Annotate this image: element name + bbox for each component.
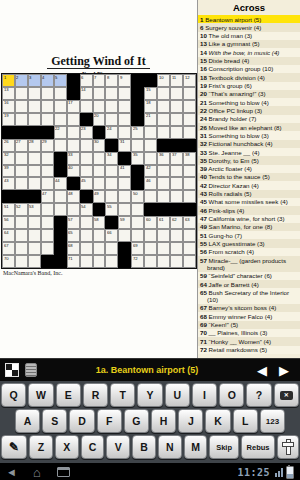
clue-across-33[interactable]: 33 Ste. Jeanne __ (4) [198,148,300,156]
cell-r8c15[interactable] [183,165,196,178]
key-z[interactable]: Z [29,435,53,459]
key-u[interactable]: U [165,383,190,407]
cell-r8c10[interactable]: 41 [118,165,131,178]
cell-r3c3[interactable] [28,100,41,113]
cell-r9c9[interactable] [105,177,118,190]
key-question[interactable]: ? [246,383,271,407]
clue-across-20[interactable]: 20 “That’s amazing!” (3) [198,90,300,98]
previous-clue-button[interactable]: ◀ [251,364,273,377]
cell-r12c10[interactable]: 59 [118,216,131,229]
cell-r3c13[interactable] [157,100,170,113]
cell-r13c7[interactable] [80,229,93,242]
key-i[interactable]: I [192,383,217,407]
cell-r9c2[interactable] [15,177,28,190]
clue-across-46[interactable]: 46 Pink-slips (4) [198,206,300,214]
cell-r1c1[interactable]: 1 [2,74,15,87]
cell-r8c12[interactable]: 42 [144,165,157,178]
cell-r5c10[interactable] [118,126,131,139]
clue-text: California wine, for short (3) [207,215,285,222]
cell-r2c13[interactable] [157,87,170,100]
cell-r4c4[interactable] [41,113,54,126]
keyboard-row-3: ✎ZXCVBNMSkipRebus [1,435,299,459]
cell-r11c9[interactable]: 55 [105,203,118,216]
clue-number: 26 [200,124,207,131]
cell-r1c2[interactable]: 2 [15,74,28,87]
cell-r2c8[interactable] [93,87,106,100]
clue-list-icon[interactable] [25,363,37,377]
cell-r11c10[interactable] [118,203,131,216]
cell-r12c12[interactable]: 60 [144,216,157,229]
cell-r14c14[interactable] [170,242,183,255]
cell-r4c14[interactable] [170,113,183,126]
cell-number: 3 [29,75,31,79]
cell-r6c3[interactable]: 28 [28,139,41,152]
cell-r9c8[interactable] [93,177,106,190]
clue-across-21[interactable]: 21 Something to blow (4) [198,98,300,106]
cell-r14c11[interactable]: 69 [131,242,144,255]
cell-number: 59 [120,217,124,221]
cell-r13c12[interactable] [144,229,157,242]
clue-across-35[interactable]: 35 Dorothy, to Em (5) [198,156,300,164]
cell-r2c15[interactable] [183,87,196,100]
cell-r2c7[interactable]: 14 [80,87,93,100]
clue-across-40[interactable]: 40 Tends to the sauce (5) [198,173,300,181]
cell-r7c9[interactable]: 34 [105,152,118,165]
next-clue-button[interactable]: ▶ [273,364,295,377]
cell-r5c13[interactable] [157,126,170,139]
cell-r9c4[interactable] [41,177,54,190]
cell-r12c7[interactable] [80,216,93,229]
key-q[interactable]: Q [1,383,26,407]
cell-r8c7[interactable] [80,165,93,178]
clue-across-26[interactable]: 26 Moved like an elephant (8) [198,123,300,131]
cell-r10c7 [80,190,93,203]
cell-r14c9[interactable] [105,242,118,255]
cell-r1c10[interactable]: 9 [118,74,131,87]
key-t[interactable]: T [110,383,135,407]
cell-r1c15[interactable]: 12 [183,74,196,87]
cell-r9c7[interactable]: 45 [80,177,93,190]
clue-across-24[interactable]: 24 Brandy holder (7) [198,115,300,123]
cell-r4c8[interactable]: 20 [93,113,106,126]
home-icon[interactable]: ⌂ [33,467,41,478]
cell-number: 8 [107,75,109,79]
cell-r5c15[interactable] [183,126,196,139]
cell-r8c6[interactable]: 40 [67,165,80,178]
cell-r11c2[interactable]: 52 [15,203,28,216]
cell-r15c14[interactable] [170,255,183,268]
cell-r6c6[interactable] [67,139,80,152]
clue-across-72[interactable]: 72 Retail markdowns (5) [198,346,300,354]
cell-r7c1[interactable]: 32 [2,152,15,165]
cell-r12c13[interactable]: 61 [157,216,170,229]
key-y[interactable]: Y [137,383,162,407]
cell-r3c10[interactable] [118,100,131,113]
cell-r11c3[interactable]: 53 [28,203,41,216]
clue-across-1[interactable]: 1 Beantown airport (5) [198,15,300,23]
cell-r6c10[interactable]: 31 [118,139,131,152]
cell-r6c11[interactable] [131,139,144,152]
cell-r12c1[interactable]: 56 [2,216,15,229]
clue-across-65[interactable]: 65 Bush Secretary of the Interior (10) [198,288,300,304]
key-c[interactable]: C [81,435,105,459]
clue-bar: 1a. Beantown airport (5) ◀ ▶ [0,358,300,381]
battery-icon [286,466,294,479]
cell-r13c4[interactable] [41,229,54,242]
cell-r8c14[interactable] [170,165,183,178]
cell-r6c7[interactable] [80,139,93,152]
key-n[interactable]: N [158,435,182,459]
cell-r13c11[interactable] [131,229,144,242]
cell-r14c4[interactable] [41,242,54,255]
clue-number: 20 [200,90,207,97]
clue-across-69[interactable]: 69 “Keen!” (5) [198,321,300,329]
cell-r6c8[interactable]: 30 [93,139,106,152]
cell-r11c4[interactable] [41,203,54,216]
cell-r4c13[interactable] [157,113,170,126]
cell-r7c8[interactable] [93,152,106,165]
cell-r3c12[interactable]: 18 [144,100,157,113]
cell-r3c4[interactable] [41,100,54,113]
key-f[interactable]: F [97,409,122,433]
cell-r15c11[interactable]: 72 [131,255,144,268]
clue-across-70[interactable]: 70 __ Plaines, Illinois (3) [198,329,300,337]
key-d[interactable]: D [69,409,94,433]
cell-r14c1[interactable]: 67 [2,242,15,255]
cell-r4c1[interactable]: 19 [2,113,15,126]
cell-r7c4[interactable] [41,152,54,165]
cell-r7c12[interactable] [144,152,157,165]
clue-across-13[interactable]: 13 Like a gymnast (5) [198,40,300,48]
cell-r2c1[interactable]: 13 [2,87,15,100]
key-b[interactable]: B [132,435,156,459]
clue-text: Dorothy, to Em (5) [207,157,259,164]
cell-r10c8[interactable]: 49 [93,190,106,203]
cell-r3c15[interactable] [183,100,196,113]
cell-r9c10[interactable] [118,177,131,190]
cell-number: 12 [185,75,189,79]
clue-text: Bush Secretary of the Interior (10) [207,289,289,303]
cell-r13c6[interactable]: 65 [67,229,80,242]
cell-r6c1[interactable]: 26 [2,139,15,152]
cell-r11c15 [183,203,196,216]
cell-r2c10[interactable] [118,87,131,100]
cell-r6c4[interactable]: 29 [41,139,54,152]
cell-r2c4[interactable] [41,87,54,100]
cell-r5c7[interactable]: 23 [80,126,93,139]
cell-r11c12 [144,203,157,216]
cell-r5c14[interactable] [170,126,183,139]
cell-r8c8[interactable] [93,165,106,178]
cell-number: 16 [4,100,8,104]
key-l[interactable]: L [233,409,258,433]
cell-r5c12[interactable] [144,126,157,139]
cell-r14c7[interactable] [80,242,93,255]
cell-r7c14[interactable]: 37 [170,152,183,165]
key-x[interactable]: X [55,435,79,459]
direction-toggle-key[interactable] [277,435,299,459]
cell-r10c12[interactable] [144,190,157,203]
cell-r15c1[interactable]: 70 [2,255,15,268]
cell-r1c13[interactable]: 10 [157,74,170,87]
clue-across-18[interactable]: 18 Textbook division (4) [198,73,300,81]
cell-r1c4[interactable]: 4 [41,74,54,87]
clue-text: “Seinfeld” character (6) [207,272,272,279]
key-m[interactable]: M [184,435,208,459]
cell-r10c6[interactable]: 48 [67,190,80,203]
cell-r12c11[interactable] [131,216,144,229]
cell-r11c5[interactable] [54,203,67,216]
cell-r4c5[interactable] [54,113,67,126]
clue-across-31[interactable]: 31 Something to blow (3) [198,131,300,139]
cell-r9c5[interactable]: 44 [54,177,67,190]
clue-across-56[interactable]: 56 From scratch (4) [198,248,300,256]
cell-r13c8[interactable] [93,229,106,242]
cell-number: 25 [133,126,137,130]
cell-r15c6[interactable]: 71 [67,255,80,268]
cell-r8c3[interactable] [28,165,41,178]
clue-across-64[interactable]: 64 Jaffe or Barrett (4) [198,280,300,288]
cell-r15c12[interactable] [144,255,157,268]
back-icon[interactable]: ◄ [6,467,17,478]
cell-r1c9[interactable]: 8 [105,74,118,87]
key-k[interactable]: K [205,409,230,433]
clue-across-49[interactable]: 49 San Marino, for one (8) [198,223,300,231]
clue-across-14[interactable]: 14 With the bow, in music (4) [198,48,300,56]
cell-r2c14[interactable] [170,87,183,100]
cell-r3c2[interactable] [15,100,28,113]
cell-r1c14[interactable]: 11 [170,74,183,87]
keyboard-row-2: ASDFGHJKL123 [15,409,285,433]
cell-r10c5[interactable] [54,190,67,203]
key-h[interactable]: H [151,409,176,433]
clue-across-45[interactable]: 45 What some missiles seek (4) [198,198,300,206]
cell-r15c2[interactable] [15,255,28,268]
crossword-grid: 1234567891011121314151617181920212223242… [1,73,197,269]
cell-r4c15[interactable] [183,113,196,126]
clue-across-16[interactable]: 16 Conscription group (10) [198,65,300,73]
cell-r3c8[interactable] [93,100,106,113]
cell-r14c8[interactable] [93,242,106,255]
cell-r8c9[interactable] [105,165,118,178]
cell-r5c9[interactable]: 24 [105,126,118,139]
cell-r1c7[interactable]: 6 [80,74,93,87]
cell-r6c12[interactable] [144,139,157,152]
cell-r13c10[interactable] [118,229,131,242]
cell-r2c2[interactable] [15,87,28,100]
cell-r10c9[interactable] [105,190,118,203]
cell-r15c3[interactable] [28,255,41,268]
cell-r15c8[interactable] [93,255,106,268]
cell-number: 22 [55,126,59,130]
cell-number: 23 [81,126,85,130]
clue-across-59[interactable]: 59 “Seinfeld” character (6) [198,272,300,280]
cell-r3c14[interactable] [170,100,183,113]
cell-r13c3[interactable] [28,229,41,242]
clue-across-15[interactable]: 15 Dixie bread (4) [198,57,300,65]
cell-r10c14[interactable] [170,190,183,203]
cell-r13c1[interactable]: 64 [2,229,15,242]
cell-r12c8[interactable]: 58 [93,216,106,229]
cell-r12c6[interactable]: 57 [67,216,80,229]
cell-r7c13[interactable]: 36 [157,152,170,165]
grid-view-icon[interactable] [5,363,19,377]
cell-r6c5[interactable] [54,139,67,152]
cell-r15c9[interactable] [105,255,118,268]
cell-r4c6[interactable] [67,113,80,126]
clue-across-47[interactable]: 47 California wine, for short (3) [198,215,300,223]
cell-r14c2[interactable] [15,242,28,255]
cell-number: 68 [68,243,72,247]
cell-r7c11[interactable]: 35 [131,152,144,165]
cell-r3c6[interactable]: 17 [67,100,80,113]
cell-r11c6[interactable] [67,203,80,216]
cell-r9c11 [131,177,144,190]
cell-r12c15[interactable]: 63 [183,216,196,229]
key-w[interactable]: W [28,383,53,407]
backspace-key[interactable]: ✕ [274,383,299,407]
clue-across-55[interactable]: 55 LAX guesstimate (3) [198,239,300,247]
cell-r14c13[interactable] [157,242,170,255]
cell-r4c9[interactable] [105,113,118,126]
cell-r9c3[interactable] [28,177,41,190]
cell-r12c2[interactable] [15,216,28,229]
cell-number: 69 [133,243,137,247]
cell-r8c13[interactable] [157,165,170,178]
cell-r13c2[interactable] [15,229,28,242]
cell-r11c7[interactable]: 54 [80,203,93,216]
cell-r15c7[interactable] [80,255,93,268]
cell-r14c6[interactable]: 68 [67,242,80,255]
clue-across-32[interactable]: 32 Fictional hunchback (4) [198,140,300,148]
cell-r9c15[interactable] [183,177,196,190]
key-j[interactable]: J [178,409,203,433]
cell-r4c10[interactable] [118,113,131,126]
key-g[interactable]: G [124,409,149,433]
cell-r9c14[interactable] [170,177,183,190]
cell-r7c7[interactable] [80,152,93,165]
cell-r7c3[interactable] [28,152,41,165]
cell-r12c4[interactable] [41,216,54,229]
cell-r2c5[interactable] [54,87,67,100]
key-e[interactable]: E [56,383,81,407]
cell-r12c3[interactable] [28,216,41,229]
key-v[interactable]: V [106,435,130,459]
cell-r4c12[interactable]: 21 [144,113,157,126]
cell-r11c11[interactable] [131,203,144,216]
clue-text: “Honky __ Women” (4) [207,338,271,345]
cell-r3c9[interactable] [105,100,118,113]
skip-key[interactable]: Skip [209,435,238,459]
key-s[interactable]: S [42,409,67,433]
cell-r3c1[interactable]: 16 [2,100,15,113]
recent-apps-icon[interactable] [57,467,70,477]
cell-r2c3[interactable] [28,87,41,100]
down-header: Down [198,354,300,358]
cell-r5c5[interactable]: 22 [54,126,67,139]
key-o[interactable]: O [219,383,244,407]
cell-r1c12 [144,74,157,87]
cell-r13c13[interactable] [157,229,170,242]
cell-r4c3[interactable] [28,113,41,126]
clue-across-22[interactable]: 22 Office PC linkup (3) [198,106,300,114]
clue-across-42[interactable]: 42 Director Kazan (4) [198,181,300,189]
cell-r5c11[interactable]: 25 [131,126,144,139]
clue-across-39[interactable]: 39 Arctic floater (4) [198,165,300,173]
cell-number: 17 [68,100,72,104]
cell-r6c2[interactable]: 27 [15,139,28,152]
rebus-key[interactable]: Rebus [241,435,276,459]
cell-number: 53 [29,204,33,208]
cell-r2c12[interactable]: 15 [144,87,157,100]
key-r[interactable]: R [83,383,108,407]
cell-r4c2[interactable] [15,113,28,126]
cell-r8c2[interactable] [15,165,28,178]
cell-r2c9[interactable] [105,87,118,100]
clue-across-68[interactable]: 68 Emmy winner Falco (4) [198,312,300,320]
cell-r14c3[interactable] [28,242,41,255]
clue-across-19[interactable]: 19 Frist’s group (6) [198,82,300,90]
cell-r9c1[interactable]: 43 [2,177,15,190]
cell-r10c4[interactable]: 47 [41,190,54,203]
clue-across-43[interactable]: 43 Rolls radials (5) [198,190,300,198]
cell-r9c13[interactable] [157,177,170,190]
cell-r11c1[interactable]: 51 [2,203,15,216]
key-123[interactable]: 123 [260,409,285,433]
cell-r12c14[interactable]: 62 [170,216,183,229]
clue-across-6[interactable]: 6 Surgery souvenir (4) [198,23,300,31]
cell-r3c7[interactable] [80,100,93,113]
clue-across-10[interactable]: 10 The old man (3) [198,32,300,40]
cell-r8c11 [131,165,144,178]
cell-r10c11[interactable]: 50 [131,190,144,203]
cell-r10c10[interactable] [118,190,131,203]
clue-across-71[interactable]: 71 “Honky __ Women” (4) [198,337,300,345]
cell-r13c9[interactable]: 66 [105,229,118,242]
cell-r9c6 [67,177,80,190]
cell-r8c1[interactable]: 39 [2,165,15,178]
cell-r7c2[interactable] [15,152,28,165]
cell-number: 48 [68,191,72,195]
cell-r5c6[interactable] [67,126,80,139]
clue-across-57[interactable]: 57 Miracle-__ (garden products brand) [198,256,300,272]
cell-r8c4[interactable] [41,165,54,178]
cell-r1c5[interactable]: 5 [54,74,67,87]
clue-across-51[interactable]: 51 Gung-ho (7) [198,231,300,239]
cell-r1c3[interactable]: 3 [28,74,41,87]
cell-r15c15[interactable] [183,255,196,268]
cell-r14c10 [118,242,131,255]
cell-r7c15[interactable]: 38 [183,152,196,165]
cell-r13c14[interactable] [170,229,183,242]
clue-across-67[interactable]: 67 Barney’s sitcom boss (4) [198,304,300,312]
cell-number: 15 [146,87,150,91]
cell-r14c12[interactable] [144,242,157,255]
cell-r1c8[interactable]: 7 [93,74,106,87]
cell-r7c6[interactable]: 33 [67,152,80,165]
key-a[interactable]: A [15,409,40,433]
cell-r10c15[interactable] [183,190,196,203]
cell-r3c5[interactable] [54,100,67,113]
cell-r14c15[interactable] [183,242,196,255]
cell-number: 58 [94,217,98,221]
pencil-key[interactable]: ✎ [1,435,27,459]
cell-r10c13[interactable] [157,190,170,203]
cell-r9c12[interactable]: 46 [144,177,157,190]
cell-r15c13[interactable] [157,255,170,268]
clue-text: Fictional hunchback (4) [207,140,273,147]
cell-r13c15[interactable] [183,229,196,242]
